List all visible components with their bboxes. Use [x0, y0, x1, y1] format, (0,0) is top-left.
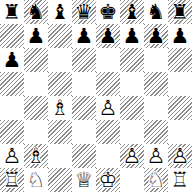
- white-queen-icon: ♕: [72, 168, 96, 192]
- black-rook-icon: ♜: [168, 0, 192, 24]
- square-f5[interactable]: [120, 72, 144, 96]
- square-f7[interactable]: ♟: [120, 24, 144, 48]
- square-h7[interactable]: ♟: [168, 24, 192, 48]
- square-g1[interactable]: ♞♘: [144, 168, 168, 192]
- square-e3[interactable]: [96, 120, 120, 144]
- square-c4[interactable]: ♝♗: [48, 96, 72, 120]
- white-pawn: ♟♙: [144, 144, 168, 168]
- black-rook-icon: ♜: [0, 0, 24, 24]
- square-d8[interactable]: ♛: [72, 0, 96, 24]
- square-d3[interactable]: [72, 120, 96, 144]
- black-queen: ♛: [72, 0, 96, 24]
- square-f3[interactable]: [120, 120, 144, 144]
- black-pawn: ♟: [72, 24, 96, 48]
- black-pawn: ♟: [168, 24, 192, 48]
- square-d6[interactable]: [72, 48, 96, 72]
- square-a8[interactable]: ♜: [0, 0, 24, 24]
- white-pawn: ♟♙: [168, 144, 192, 168]
- square-c1[interactable]: [48, 168, 72, 192]
- black-pawn-icon: ♟: [120, 24, 144, 48]
- square-e5[interactable]: [96, 72, 120, 96]
- white-knight-icon: ♘: [24, 168, 48, 192]
- square-f1[interactable]: [120, 168, 144, 192]
- square-b5[interactable]: [24, 72, 48, 96]
- black-pawn: ♟: [24, 24, 48, 48]
- black-bishop-icon: ♝: [48, 0, 72, 24]
- square-h1[interactable]: ♜♖: [168, 168, 192, 192]
- square-f4[interactable]: [120, 96, 144, 120]
- square-f2[interactable]: ♟♙: [120, 144, 144, 168]
- black-rook: ♜: [0, 0, 24, 24]
- white-pawn-icon: ♙: [168, 144, 192, 168]
- white-pawn: ♟♙: [96, 96, 120, 120]
- square-f6[interactable]: [120, 48, 144, 72]
- white-knight: ♞♘: [144, 168, 168, 192]
- black-pawn-icon: ♟: [0, 48, 24, 72]
- square-g8[interactable]: ♞: [144, 0, 168, 24]
- square-g5[interactable]: [144, 72, 168, 96]
- white-rook-icon: ♖: [0, 168, 24, 192]
- white-rook: ♜♖: [168, 168, 192, 192]
- square-b6[interactable]: [24, 48, 48, 72]
- white-bishop: ♝♗: [24, 144, 48, 168]
- black-pawn: ♟: [144, 24, 168, 48]
- white-rook: ♜♖: [0, 168, 24, 192]
- square-d2[interactable]: [72, 144, 96, 168]
- square-c7[interactable]: [48, 24, 72, 48]
- black-pawn-icon: ♟: [24, 24, 48, 48]
- square-h3[interactable]: [168, 120, 192, 144]
- black-pawn: ♟: [0, 48, 24, 72]
- square-h4[interactable]: [168, 96, 192, 120]
- square-b1[interactable]: ♞♘: [24, 168, 48, 192]
- white-pawn-icon: ♙: [120, 144, 144, 168]
- white-bishop: ♝♗: [48, 96, 72, 120]
- square-e2[interactable]: [96, 144, 120, 168]
- square-d4[interactable]: [72, 96, 96, 120]
- square-g2[interactable]: ♟♙: [144, 144, 168, 168]
- white-pawn-icon: ♙: [0, 144, 24, 168]
- square-h5[interactable]: [168, 72, 192, 96]
- square-c2[interactable]: [48, 144, 72, 168]
- square-f8[interactable]: ♝: [120, 0, 144, 24]
- black-queen-icon: ♛: [72, 0, 96, 24]
- black-knight: ♞: [144, 0, 168, 24]
- white-pawn: ♟♙: [120, 144, 144, 168]
- square-a7[interactable]: [0, 24, 24, 48]
- black-bishop: ♝: [120, 0, 144, 24]
- white-pawn: ♟♙: [0, 144, 24, 168]
- square-b4[interactable]: [24, 96, 48, 120]
- black-bishop-icon: ♝: [120, 0, 144, 24]
- black-knight-icon: ♞: [144, 0, 168, 24]
- black-king-icon: ♚: [96, 0, 120, 24]
- chess-board: ♜♞♝♛♚♝♞♜♟♟♟♟♟♟♟♝♗♟♙♟♙♝♗♟♙♟♙♟♙♜♖♞♘♛♕♚♔♞♘♜…: [0, 0, 192, 192]
- black-bishop: ♝: [48, 0, 72, 24]
- square-d5[interactable]: [72, 72, 96, 96]
- square-h6[interactable]: [168, 48, 192, 72]
- square-a3[interactable]: [0, 120, 24, 144]
- square-g7[interactable]: ♟: [144, 24, 168, 48]
- square-b3[interactable]: [24, 120, 48, 144]
- square-c5[interactable]: [48, 72, 72, 96]
- square-b7[interactable]: ♟: [24, 24, 48, 48]
- square-g3[interactable]: [144, 120, 168, 144]
- square-a5[interactable]: [0, 72, 24, 96]
- black-pawn-icon: ♟: [96, 24, 120, 48]
- white-bishop-icon: ♗: [48, 96, 72, 120]
- white-queen: ♛♕: [72, 168, 96, 192]
- square-c3[interactable]: [48, 120, 72, 144]
- square-b2[interactable]: ♝♗: [24, 144, 48, 168]
- square-a2[interactable]: ♟♙: [0, 144, 24, 168]
- square-g4[interactable]: [144, 96, 168, 120]
- square-e4[interactable]: ♟♙: [96, 96, 120, 120]
- black-pawn: ♟: [96, 24, 120, 48]
- square-b8[interactable]: ♞: [24, 0, 48, 24]
- square-e7[interactable]: ♟: [96, 24, 120, 48]
- white-king: ♚♔: [96, 168, 120, 192]
- square-a1[interactable]: ♜♖: [0, 168, 24, 192]
- square-e1[interactable]: ♚♔: [96, 168, 120, 192]
- white-knight: ♞♘: [24, 168, 48, 192]
- black-knight-icon: ♞: [24, 0, 48, 24]
- square-d1[interactable]: ♛♕: [72, 168, 96, 192]
- black-pawn-icon: ♟: [144, 24, 168, 48]
- square-a4[interactable]: [0, 96, 24, 120]
- square-e6[interactable]: [96, 48, 120, 72]
- square-d7[interactable]: ♟: [72, 24, 96, 48]
- square-e8[interactable]: ♚: [96, 0, 120, 24]
- white-bishop-icon: ♗: [24, 144, 48, 168]
- square-c6[interactable]: [48, 48, 72, 72]
- black-knight: ♞: [24, 0, 48, 24]
- white-pawn-icon: ♙: [144, 144, 168, 168]
- black-rook: ♜: [168, 0, 192, 24]
- black-king: ♚: [96, 0, 120, 24]
- black-pawn-icon: ♟: [168, 24, 192, 48]
- square-c8[interactable]: ♝: [48, 0, 72, 24]
- square-h2[interactable]: ♟♙: [168, 144, 192, 168]
- square-a6[interactable]: ♟: [0, 48, 24, 72]
- white-knight-icon: ♘: [144, 168, 168, 192]
- white-pawn-icon: ♙: [96, 96, 120, 120]
- square-h8[interactable]: ♜: [168, 0, 192, 24]
- white-rook-icon: ♖: [168, 168, 192, 192]
- white-king-icon: ♔: [96, 168, 120, 192]
- black-pawn: ♟: [120, 24, 144, 48]
- square-g6[interactable]: [144, 48, 168, 72]
- black-pawn-icon: ♟: [72, 24, 96, 48]
